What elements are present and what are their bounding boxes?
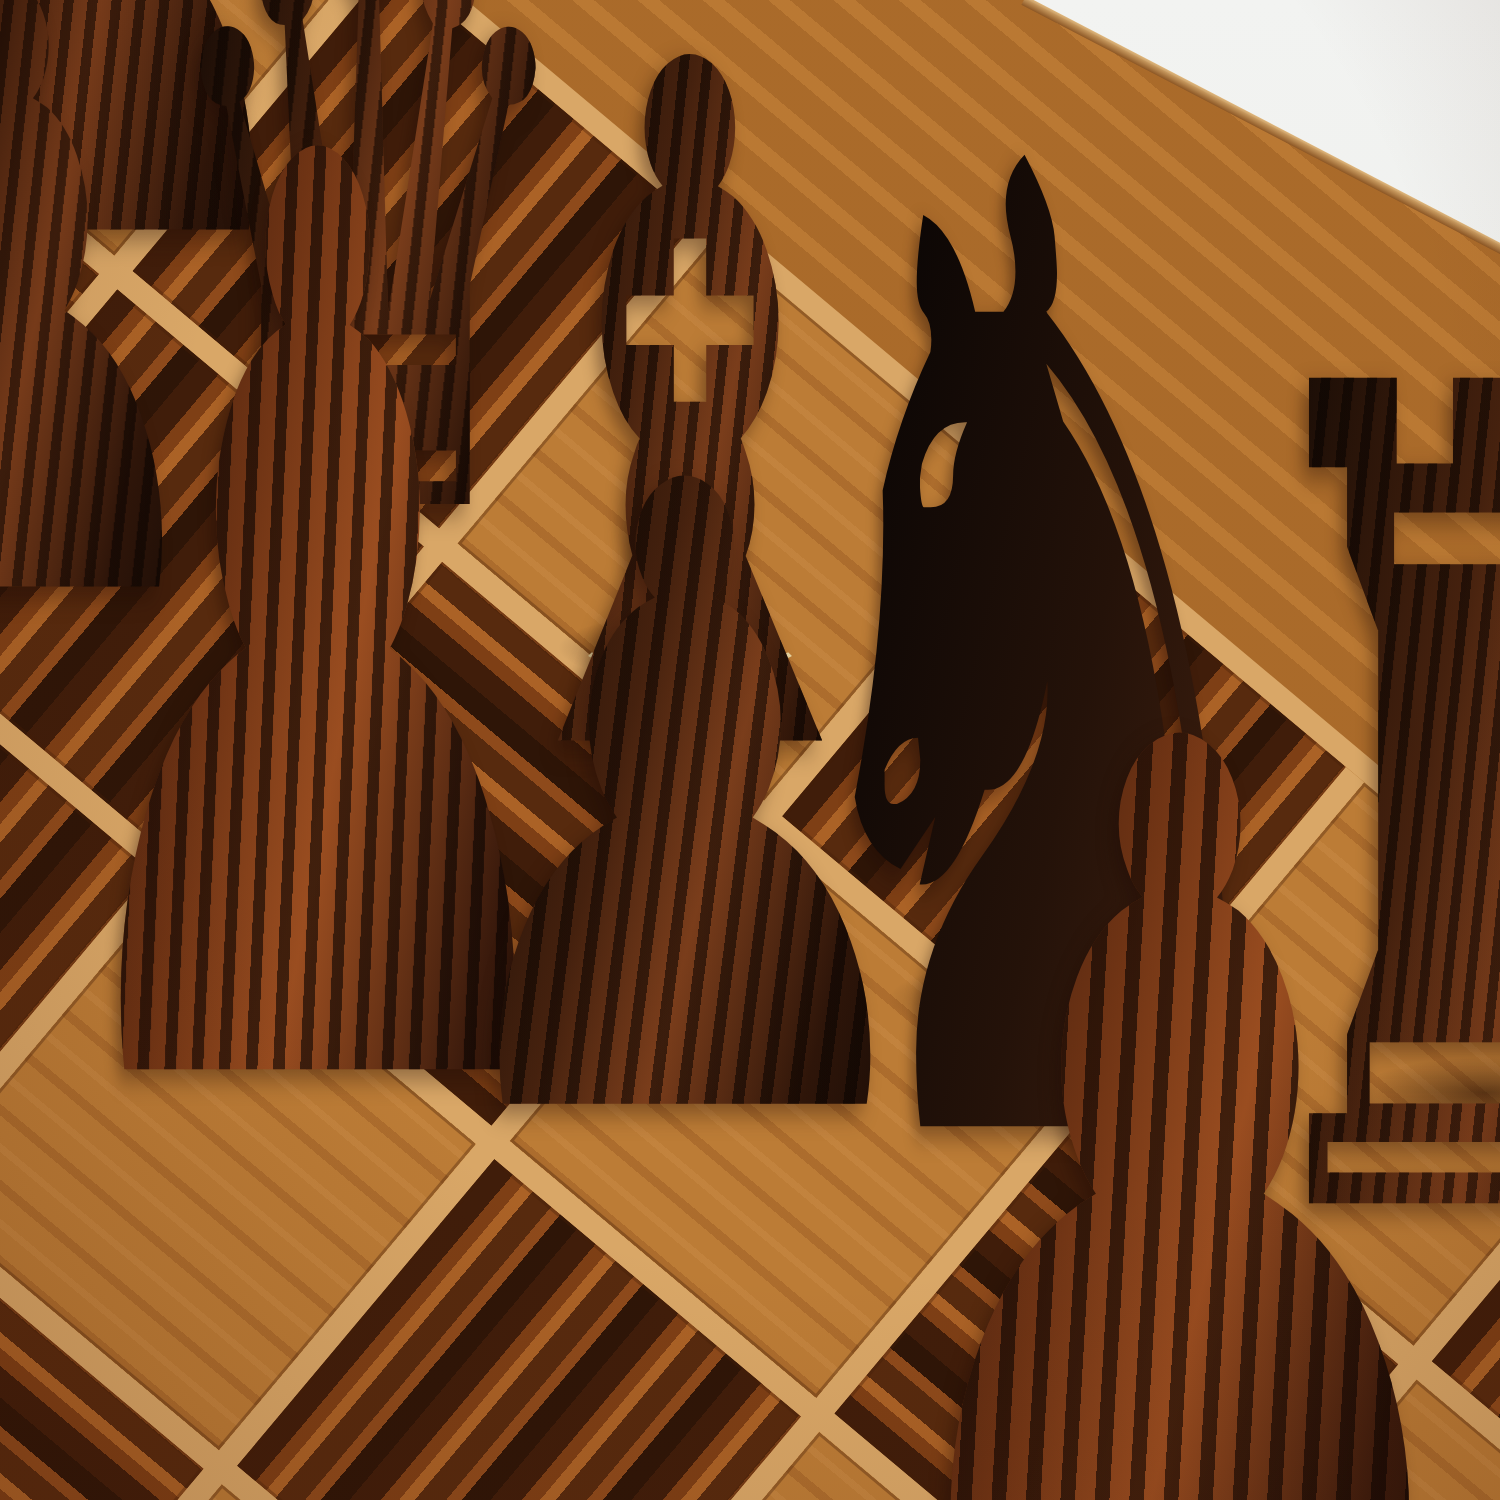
chess-piece-pawn-kingside[interactable]: ♟ (837, 598, 1500, 1500)
chess-photo-scene: ♟♛♟♝♞♜♟♟♟ (0, 0, 1500, 1500)
